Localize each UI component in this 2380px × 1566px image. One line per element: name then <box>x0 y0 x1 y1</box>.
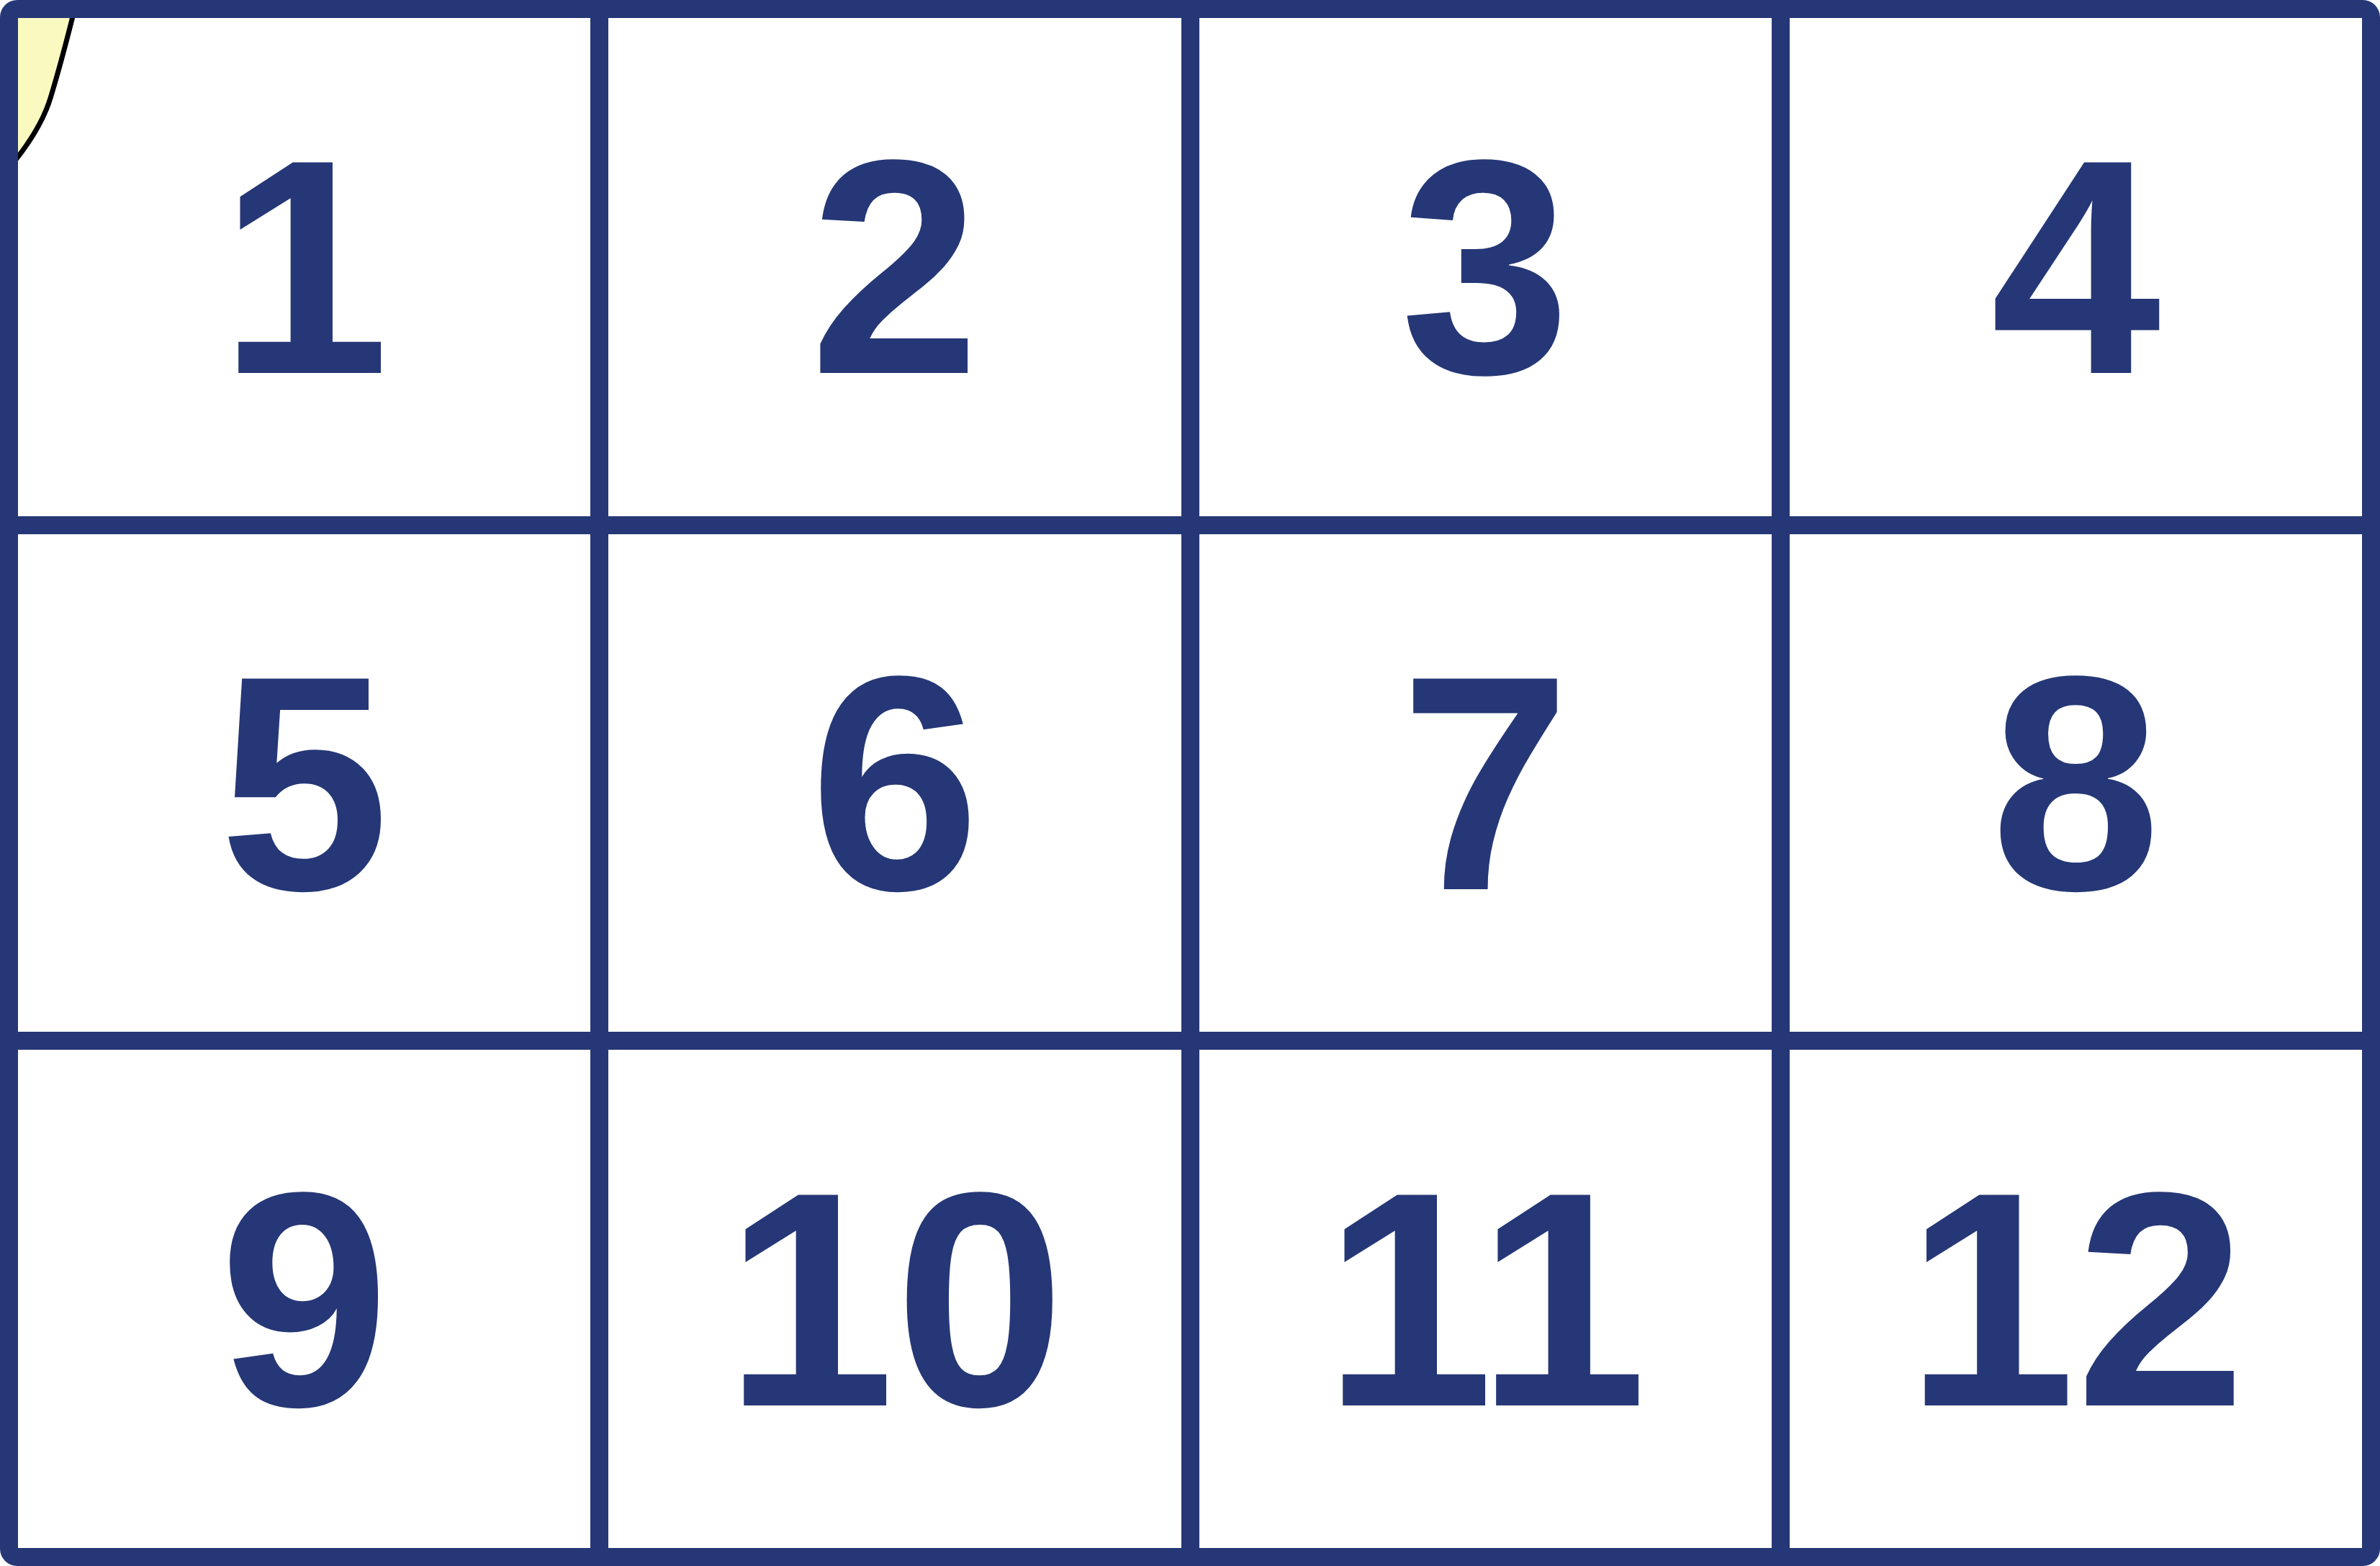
cell-number: 6 <box>810 630 980 936</box>
cell-number: 1 <box>219 114 389 420</box>
cell-number: 3 <box>1400 114 1570 420</box>
cell-number: 8 <box>1991 630 2160 936</box>
grid-cell-4: 4 <box>1790 18 2362 516</box>
grid-cell-11: 11 <box>1199 1050 1772 1548</box>
grid-cell-10: 10 <box>608 1050 1181 1548</box>
grid-cell-8: 8 <box>1790 534 2362 1032</box>
cell-number: 2 <box>810 114 980 420</box>
cell-number: 12 <box>1906 1146 2246 1452</box>
cell-number: 4 <box>1991 114 2160 420</box>
flashcard-image: 1 2 3 4 5 6 7 8 9 10 11 <box>0 0 2380 1566</box>
grid-cell-1: 1 <box>18 18 590 516</box>
cell-number: 5 <box>219 630 389 936</box>
grid-cell-9: 9 <box>18 1050 590 1548</box>
cell-number: 7 <box>1400 630 1570 936</box>
grid-cell-5: 5 <box>18 534 590 1032</box>
number-grid-board: 1 2 3 4 5 6 7 8 9 10 11 <box>0 0 2380 1566</box>
grid-cell-6: 6 <box>608 534 1181 1032</box>
grid-cell-3: 3 <box>1199 18 1772 516</box>
cell-number: 9 <box>219 1146 389 1452</box>
yellow-page-corner-icon <box>18 18 119 184</box>
cell-number: 11 <box>1323 1146 1646 1452</box>
cell-number: 10 <box>725 1146 1065 1452</box>
grid-cell-2: 2 <box>608 18 1181 516</box>
grid-cell-12: 12 <box>1790 1050 2362 1548</box>
grid-cell-7: 7 <box>1199 534 1772 1032</box>
